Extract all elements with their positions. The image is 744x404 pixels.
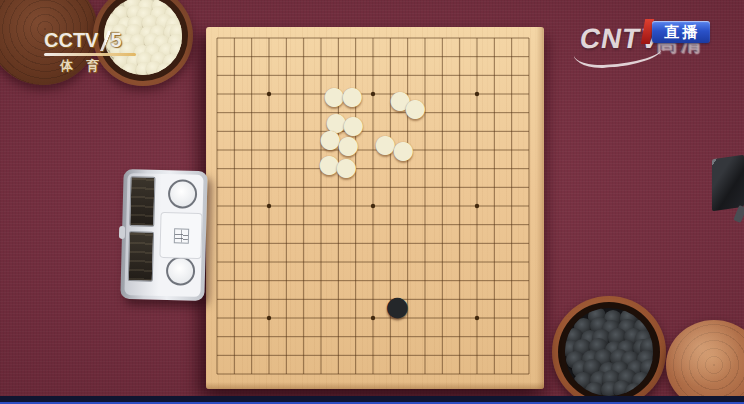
go-board: ●●●●●●●●●●●●● <box>206 27 544 389</box>
clock-lcd-bottom <box>128 231 154 282</box>
clock-brand-seal <box>173 228 188 243</box>
star-point <box>475 316 479 320</box>
clock-center-panel <box>159 212 202 259</box>
lower-third-bar <box>0 396 744 404</box>
star-point <box>475 204 479 208</box>
cctv-channel-number: 5 <box>110 29 121 52</box>
star-point <box>267 316 271 320</box>
clock-lcd-top <box>129 176 155 227</box>
star-point <box>475 92 479 96</box>
star-point <box>267 204 271 208</box>
broadcast-frame: ●●●●●●●●●●●●● CCTV 5 体育 高清 CNTV 直播 <box>0 0 744 404</box>
cctv-sports-label: 体育 <box>44 57 144 75</box>
board-grid: ●●●●●●●●●●●●● <box>217 38 529 374</box>
live-badge: 直播 <box>652 21 710 43</box>
grid-lines <box>215 36 531 376</box>
table-edge-object <box>712 155 744 211</box>
star-point <box>371 92 375 96</box>
game-clock <box>120 169 207 301</box>
cntv-watermark: 高清 CNTV 直播 <box>572 16 744 72</box>
star-point <box>371 316 375 320</box>
black-stone-bowl <box>552 296 666 404</box>
star-point <box>267 92 271 96</box>
clock-latch <box>119 226 125 239</box>
cctv5-channel-logo: CCTV 5 体育 <box>44 29 144 75</box>
black-stone-bowl-stones <box>565 308 654 395</box>
cctv-logo-underline <box>44 53 136 56</box>
bowl-lid-bottom-right <box>666 320 744 404</box>
cctv-logo-text: CCTV <box>44 29 98 52</box>
star-point <box>371 204 375 208</box>
